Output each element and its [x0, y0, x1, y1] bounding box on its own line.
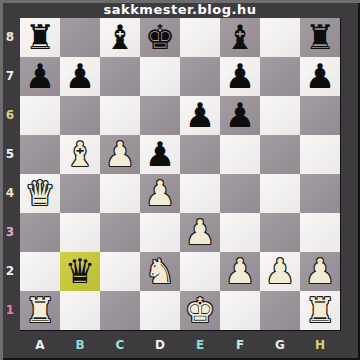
square-e1[interactable]: ♚ — [180, 291, 220, 330]
rank-label-4: 4 — [0, 174, 20, 213]
piece-black-pawn: ♟ — [65, 57, 95, 96]
square-f6[interactable]: ♟ — [220, 96, 260, 135]
square-g7[interactable] — [260, 57, 300, 96]
square-a7[interactable]: ♟ — [20, 57, 60, 96]
square-f8[interactable]: ♝ — [220, 18, 260, 57]
square-b2[interactable]: ♛ — [60, 252, 100, 291]
square-b1[interactable] — [60, 291, 100, 330]
square-d7[interactable] — [140, 57, 180, 96]
square-e7[interactable] — [180, 57, 220, 96]
piece-black-pawn: ♟ — [145, 135, 175, 174]
square-h3[interactable] — [300, 213, 340, 252]
square-f1[interactable] — [220, 291, 260, 330]
square-b7[interactable]: ♟ — [60, 57, 100, 96]
square-a8[interactable]: ♜ — [20, 18, 60, 57]
rank-label-7: 7 — [0, 57, 20, 96]
square-c1[interactable] — [100, 291, 140, 330]
square-g6[interactable] — [260, 96, 300, 135]
piece-black-rook: ♜ — [305, 18, 335, 57]
square-b6[interactable] — [60, 96, 100, 135]
file-labels: ABCDEFGH — [20, 336, 340, 354]
piece-white-pawn: ♟ — [265, 252, 295, 291]
chess-board: ♜♝♚♝♜♟♟♟♟♟♟♝♟♟♛♟♟♛♞♟♟♟♜♚♜ — [20, 18, 341, 331]
square-d2[interactable]: ♞ — [140, 252, 180, 291]
square-g3[interactable] — [260, 213, 300, 252]
page-title: sakkmester.blog.hu — [0, 1, 360, 18]
square-a4[interactable]: ♛ — [20, 174, 60, 213]
file-label-h: H — [300, 336, 340, 354]
square-d4[interactable]: ♟ — [140, 174, 180, 213]
piece-black-rook: ♜ — [25, 18, 55, 57]
piece-black-pawn: ♟ — [185, 96, 215, 135]
square-c6[interactable] — [100, 96, 140, 135]
square-g1[interactable] — [260, 291, 300, 330]
square-g5[interactable] — [260, 135, 300, 174]
square-c7[interactable] — [100, 57, 140, 96]
square-b4[interactable] — [60, 174, 100, 213]
file-label-f: F — [220, 336, 260, 354]
piece-black-pawn: ♟ — [305, 57, 335, 96]
square-h8[interactable]: ♜ — [300, 18, 340, 57]
square-f5[interactable] — [220, 135, 260, 174]
piece-black-pawn: ♟ — [25, 57, 55, 96]
square-c2[interactable] — [100, 252, 140, 291]
rank-label-1: 1 — [0, 291, 20, 330]
piece-white-rook: ♜ — [25, 291, 55, 330]
square-a1[interactable]: ♜ — [20, 291, 60, 330]
square-e3[interactable]: ♟ — [180, 213, 220, 252]
piece-black-king: ♚ — [145, 18, 175, 57]
file-label-c: C — [100, 336, 140, 354]
rank-label-6: 6 — [0, 96, 20, 135]
square-d5[interactable]: ♟ — [140, 135, 180, 174]
piece-white-pawn: ♟ — [225, 252, 255, 291]
piece-black-pawn: ♟ — [225, 57, 255, 96]
square-e5[interactable] — [180, 135, 220, 174]
piece-black-bishop: ♝ — [105, 18, 135, 57]
board-frame: sakkmester.blog.hu 87654321 ♜♝♚♝♜♟♟♟♟♟♟♝… — [0, 0, 360, 360]
square-b3[interactable] — [60, 213, 100, 252]
square-d6[interactable] — [140, 96, 180, 135]
square-g2[interactable]: ♟ — [260, 252, 300, 291]
square-c5[interactable]: ♟ — [100, 135, 140, 174]
square-c8[interactable]: ♝ — [100, 18, 140, 57]
square-e2[interactable] — [180, 252, 220, 291]
piece-white-pawn: ♟ — [305, 252, 335, 291]
piece-white-queen: ♛ — [25, 174, 55, 213]
rank-label-8: 8 — [0, 18, 20, 57]
square-g8[interactable] — [260, 18, 300, 57]
square-f2[interactable]: ♟ — [220, 252, 260, 291]
square-d8[interactable]: ♚ — [140, 18, 180, 57]
piece-white-knight: ♞ — [145, 252, 175, 291]
rank-labels: 87654321 — [0, 18, 20, 330]
square-a6[interactable] — [20, 96, 60, 135]
square-f3[interactable] — [220, 213, 260, 252]
square-d3[interactable] — [140, 213, 180, 252]
piece-black-queen: ♛ — [65, 252, 95, 291]
square-c3[interactable] — [100, 213, 140, 252]
piece-white-pawn: ♟ — [105, 135, 135, 174]
square-h7[interactable]: ♟ — [300, 57, 340, 96]
square-h4[interactable] — [300, 174, 340, 213]
square-c4[interactable] — [100, 174, 140, 213]
square-a2[interactable] — [20, 252, 60, 291]
square-a3[interactable] — [20, 213, 60, 252]
square-h1[interactable]: ♜ — [300, 291, 340, 330]
square-e8[interactable] — [180, 18, 220, 57]
piece-black-bishop: ♝ — [225, 18, 255, 57]
square-h5[interactable] — [300, 135, 340, 174]
square-h2[interactable]: ♟ — [300, 252, 340, 291]
square-d1[interactable] — [140, 291, 180, 330]
file-label-g: G — [260, 336, 300, 354]
rank-label-2: 2 — [0, 252, 20, 291]
square-g4[interactable] — [260, 174, 300, 213]
file-label-e: E — [180, 336, 220, 354]
square-b5[interactable]: ♝ — [60, 135, 100, 174]
piece-white-rook: ♜ — [305, 291, 335, 330]
square-b8[interactable] — [60, 18, 100, 57]
square-f4[interactable] — [220, 174, 260, 213]
square-a5[interactable] — [20, 135, 60, 174]
piece-white-king: ♚ — [185, 291, 215, 330]
piece-white-pawn: ♟ — [185, 213, 215, 252]
square-f7[interactable]: ♟ — [220, 57, 260, 96]
square-e6[interactable]: ♟ — [180, 96, 220, 135]
rank-label-5: 5 — [0, 135, 20, 174]
file-label-b: B — [60, 336, 100, 354]
square-h6[interactable] — [300, 96, 340, 135]
rank-label-3: 3 — [0, 213, 20, 252]
piece-black-pawn: ♟ — [225, 96, 255, 135]
square-e4[interactable] — [180, 174, 220, 213]
file-label-a: A — [20, 336, 60, 354]
file-label-d: D — [140, 336, 180, 354]
piece-white-bishop: ♝ — [65, 135, 95, 174]
piece-white-pawn: ♟ — [145, 174, 175, 213]
